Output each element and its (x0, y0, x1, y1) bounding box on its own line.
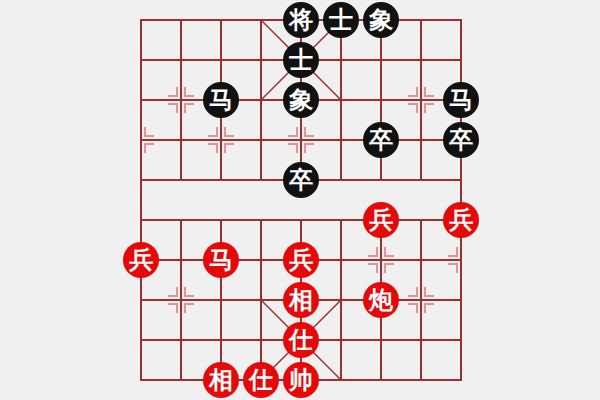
black-advisor[interactable]: 士 (323, 2, 359, 38)
black-elephant[interactable]: 象 (363, 2, 399, 38)
piece-layer: 将士象士马象马卒卒卒兵兵兵马兵相炮仕相仕帅 (121, 0, 481, 400)
red-advisor[interactable]: 仕 (283, 322, 319, 358)
red-horse[interactable]: 马 (203, 242, 239, 278)
red-elephant[interactable]: 相 (283, 282, 319, 318)
black-horse[interactable]: 马 (443, 82, 479, 118)
red-elephant[interactable]: 相 (203, 362, 239, 398)
red-soldier[interactable]: 兵 (123, 242, 159, 278)
xiangqi-board-screen: 将士象士马象马卒卒卒兵兵兵马兵相炮仕相仕帅 (0, 0, 600, 400)
black-soldier[interactable]: 卒 (283, 162, 319, 198)
black-general[interactable]: 将 (283, 2, 319, 38)
red-soldier[interactable]: 兵 (363, 202, 399, 238)
black-advisor[interactable]: 士 (283, 42, 319, 78)
red-soldier[interactable]: 兵 (443, 202, 479, 238)
red-soldier[interactable]: 兵 (283, 242, 319, 278)
red-advisor[interactable]: 仕 (243, 362, 279, 398)
black-elephant[interactable]: 象 (283, 82, 319, 118)
black-soldier[interactable]: 卒 (443, 122, 479, 158)
red-cannon[interactable]: 炮 (363, 282, 399, 318)
black-horse[interactable]: 马 (203, 82, 239, 118)
red-general[interactable]: 帅 (283, 362, 319, 398)
black-soldier[interactable]: 卒 (363, 122, 399, 158)
